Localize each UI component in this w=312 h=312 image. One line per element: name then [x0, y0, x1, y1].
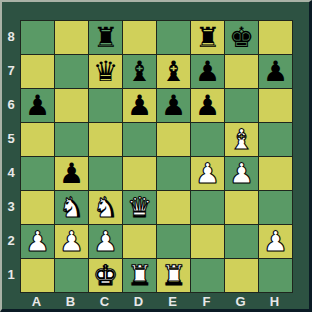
- file-label-b: B: [54, 293, 87, 309]
- square-a2[interactable]: ♟: [21, 225, 54, 258]
- square-g3[interactable]: [225, 191, 258, 224]
- rank-label-3: 3: [2, 190, 20, 223]
- piece-black-rook[interactable]: ♜: [93, 21, 118, 54]
- square-e7[interactable]: ♝: [157, 55, 190, 88]
- piece-black-pawn[interactable]: ♟: [161, 89, 186, 122]
- square-e4[interactable]: [157, 157, 190, 190]
- square-c1[interactable]: ♚: [89, 259, 122, 292]
- piece-white-pawn[interactable]: ♟: [25, 225, 50, 258]
- rank-label-4: 4: [2, 156, 20, 189]
- piece-black-bishop[interactable]: ♝: [127, 55, 152, 88]
- piece-white-pawn[interactable]: ♟: [59, 225, 84, 258]
- square-h1[interactable]: [259, 259, 292, 292]
- square-e1[interactable]: ♜: [157, 259, 190, 292]
- piece-white-knight[interactable]: ♞: [93, 191, 118, 224]
- piece-black-pawn[interactable]: ♟: [127, 89, 152, 122]
- square-h4[interactable]: [259, 157, 292, 190]
- square-e3[interactable]: [157, 191, 190, 224]
- file-label-c: C: [88, 293, 121, 309]
- piece-black-pawn[interactable]: ♟: [195, 55, 220, 88]
- square-b3[interactable]: ♞: [55, 191, 88, 224]
- file-label-g: G: [224, 293, 257, 309]
- square-e5[interactable]: [157, 123, 190, 156]
- square-g7[interactable]: [225, 55, 258, 88]
- piece-black-pawn[interactable]: ♟: [25, 89, 50, 122]
- square-g6[interactable]: [225, 89, 258, 122]
- square-f5[interactable]: [191, 123, 224, 156]
- square-a5[interactable]: [21, 123, 54, 156]
- piece-black-pawn[interactable]: ♟: [263, 55, 288, 88]
- square-a8[interactable]: [21, 21, 54, 54]
- square-g8[interactable]: ♚: [225, 21, 258, 54]
- square-f4[interactable]: ♟: [191, 157, 224, 190]
- square-h6[interactable]: [259, 89, 292, 122]
- square-d2[interactable]: [123, 225, 156, 258]
- square-f3[interactable]: [191, 191, 224, 224]
- piece-white-queen[interactable]: ♛: [127, 191, 152, 224]
- square-b6[interactable]: [55, 89, 88, 122]
- piece-black-bishop[interactable]: ♝: [161, 55, 186, 88]
- square-f6[interactable]: ♟: [191, 89, 224, 122]
- square-b5[interactable]: [55, 123, 88, 156]
- file-label-h: H: [258, 293, 291, 309]
- square-d3[interactable]: ♛: [123, 191, 156, 224]
- square-a7[interactable]: [21, 55, 54, 88]
- square-d6[interactable]: ♟: [123, 89, 156, 122]
- square-b1[interactable]: [55, 259, 88, 292]
- file-label-d: D: [122, 293, 155, 309]
- file-labels: A B C D E F G H: [20, 293, 291, 309]
- square-e8[interactable]: [157, 21, 190, 54]
- square-f7[interactable]: ♟: [191, 55, 224, 88]
- square-d4[interactable]: [123, 157, 156, 190]
- square-c8[interactable]: ♜: [89, 21, 122, 54]
- square-c7[interactable]: ♛: [89, 55, 122, 88]
- square-f1[interactable]: [191, 259, 224, 292]
- square-a3[interactable]: [21, 191, 54, 224]
- rank-label-5: 5: [2, 122, 20, 155]
- square-g2[interactable]: [225, 225, 258, 258]
- square-b8[interactable]: [55, 21, 88, 54]
- square-b2[interactable]: ♟: [55, 225, 88, 258]
- square-c3[interactable]: ♞: [89, 191, 122, 224]
- square-h2[interactable]: ♟: [259, 225, 292, 258]
- piece-white-pawn[interactable]: ♟: [229, 157, 254, 190]
- rank-label-7: 7: [2, 54, 20, 87]
- piece-white-king[interactable]: ♚: [93, 259, 118, 292]
- piece-black-queen[interactable]: ♛: [93, 55, 118, 88]
- square-a4[interactable]: [21, 157, 54, 190]
- piece-white-pawn[interactable]: ♟: [263, 225, 288, 258]
- piece-black-pawn[interactable]: ♟: [195, 89, 220, 122]
- board-frame: 8 7 6 5 4 3 2 1 ♜♜♚♛♝♝♟♟♟♟♟♟♝♟♟♟♞♞♛♟♟♟♟♚…: [0, 0, 312, 312]
- square-d7[interactable]: ♝: [123, 55, 156, 88]
- square-c5[interactable]: [89, 123, 122, 156]
- square-e6[interactable]: ♟: [157, 89, 190, 122]
- file-label-f: F: [190, 293, 223, 309]
- chess-board: ♜♜♚♛♝♝♟♟♟♟♟♟♝♟♟♟♞♞♛♟♟♟♟♚♜♜: [20, 20, 293, 293]
- square-h7[interactable]: ♟: [259, 55, 292, 88]
- file-label-e: E: [156, 293, 189, 309]
- square-d5[interactable]: [123, 123, 156, 156]
- square-h8[interactable]: [259, 21, 292, 54]
- rank-label-8: 8: [2, 20, 20, 53]
- rank-label-6: 6: [2, 88, 20, 121]
- square-c4[interactable]: [89, 157, 122, 190]
- piece-white-knight[interactable]: ♞: [59, 191, 84, 224]
- rank-label-2: 2: [2, 224, 20, 257]
- file-label-a: A: [20, 293, 53, 309]
- square-h3[interactable]: [259, 191, 292, 224]
- piece-white-pawn[interactable]: ♟: [93, 225, 118, 258]
- square-a6[interactable]: ♟: [21, 89, 54, 122]
- square-h5[interactable]: [259, 123, 292, 156]
- square-b4[interactable]: ♟: [55, 157, 88, 190]
- square-d1[interactable]: ♜: [123, 259, 156, 292]
- square-f2[interactable]: [191, 225, 224, 258]
- piece-black-rook[interactable]: ♜: [195, 21, 220, 54]
- piece-white-rook[interactable]: ♜: [127, 259, 152, 292]
- square-b7[interactable]: [55, 55, 88, 88]
- piece-white-bishop[interactable]: ♝: [229, 123, 254, 156]
- square-f8[interactable]: ♜: [191, 21, 224, 54]
- piece-white-pawn[interactable]: ♟: [195, 157, 220, 190]
- piece-white-rook[interactable]: ♜: [161, 259, 186, 292]
- rank-labels: 8 7 6 5 4 3 2 1: [2, 20, 20, 291]
- square-g4[interactable]: ♟: [225, 157, 258, 190]
- square-d8[interactable]: [123, 21, 156, 54]
- square-g5[interactable]: ♝: [225, 123, 258, 156]
- square-e2[interactable]: [157, 225, 190, 258]
- square-a1[interactable]: [21, 259, 54, 292]
- piece-black-pawn[interactable]: ♟: [59, 157, 84, 190]
- piece-black-king[interactable]: ♚: [229, 21, 254, 54]
- square-g1[interactable]: [225, 259, 258, 292]
- square-c2[interactable]: ♟: [89, 225, 122, 258]
- square-c6[interactable]: [89, 89, 122, 122]
- rank-label-1: 1: [2, 258, 20, 291]
